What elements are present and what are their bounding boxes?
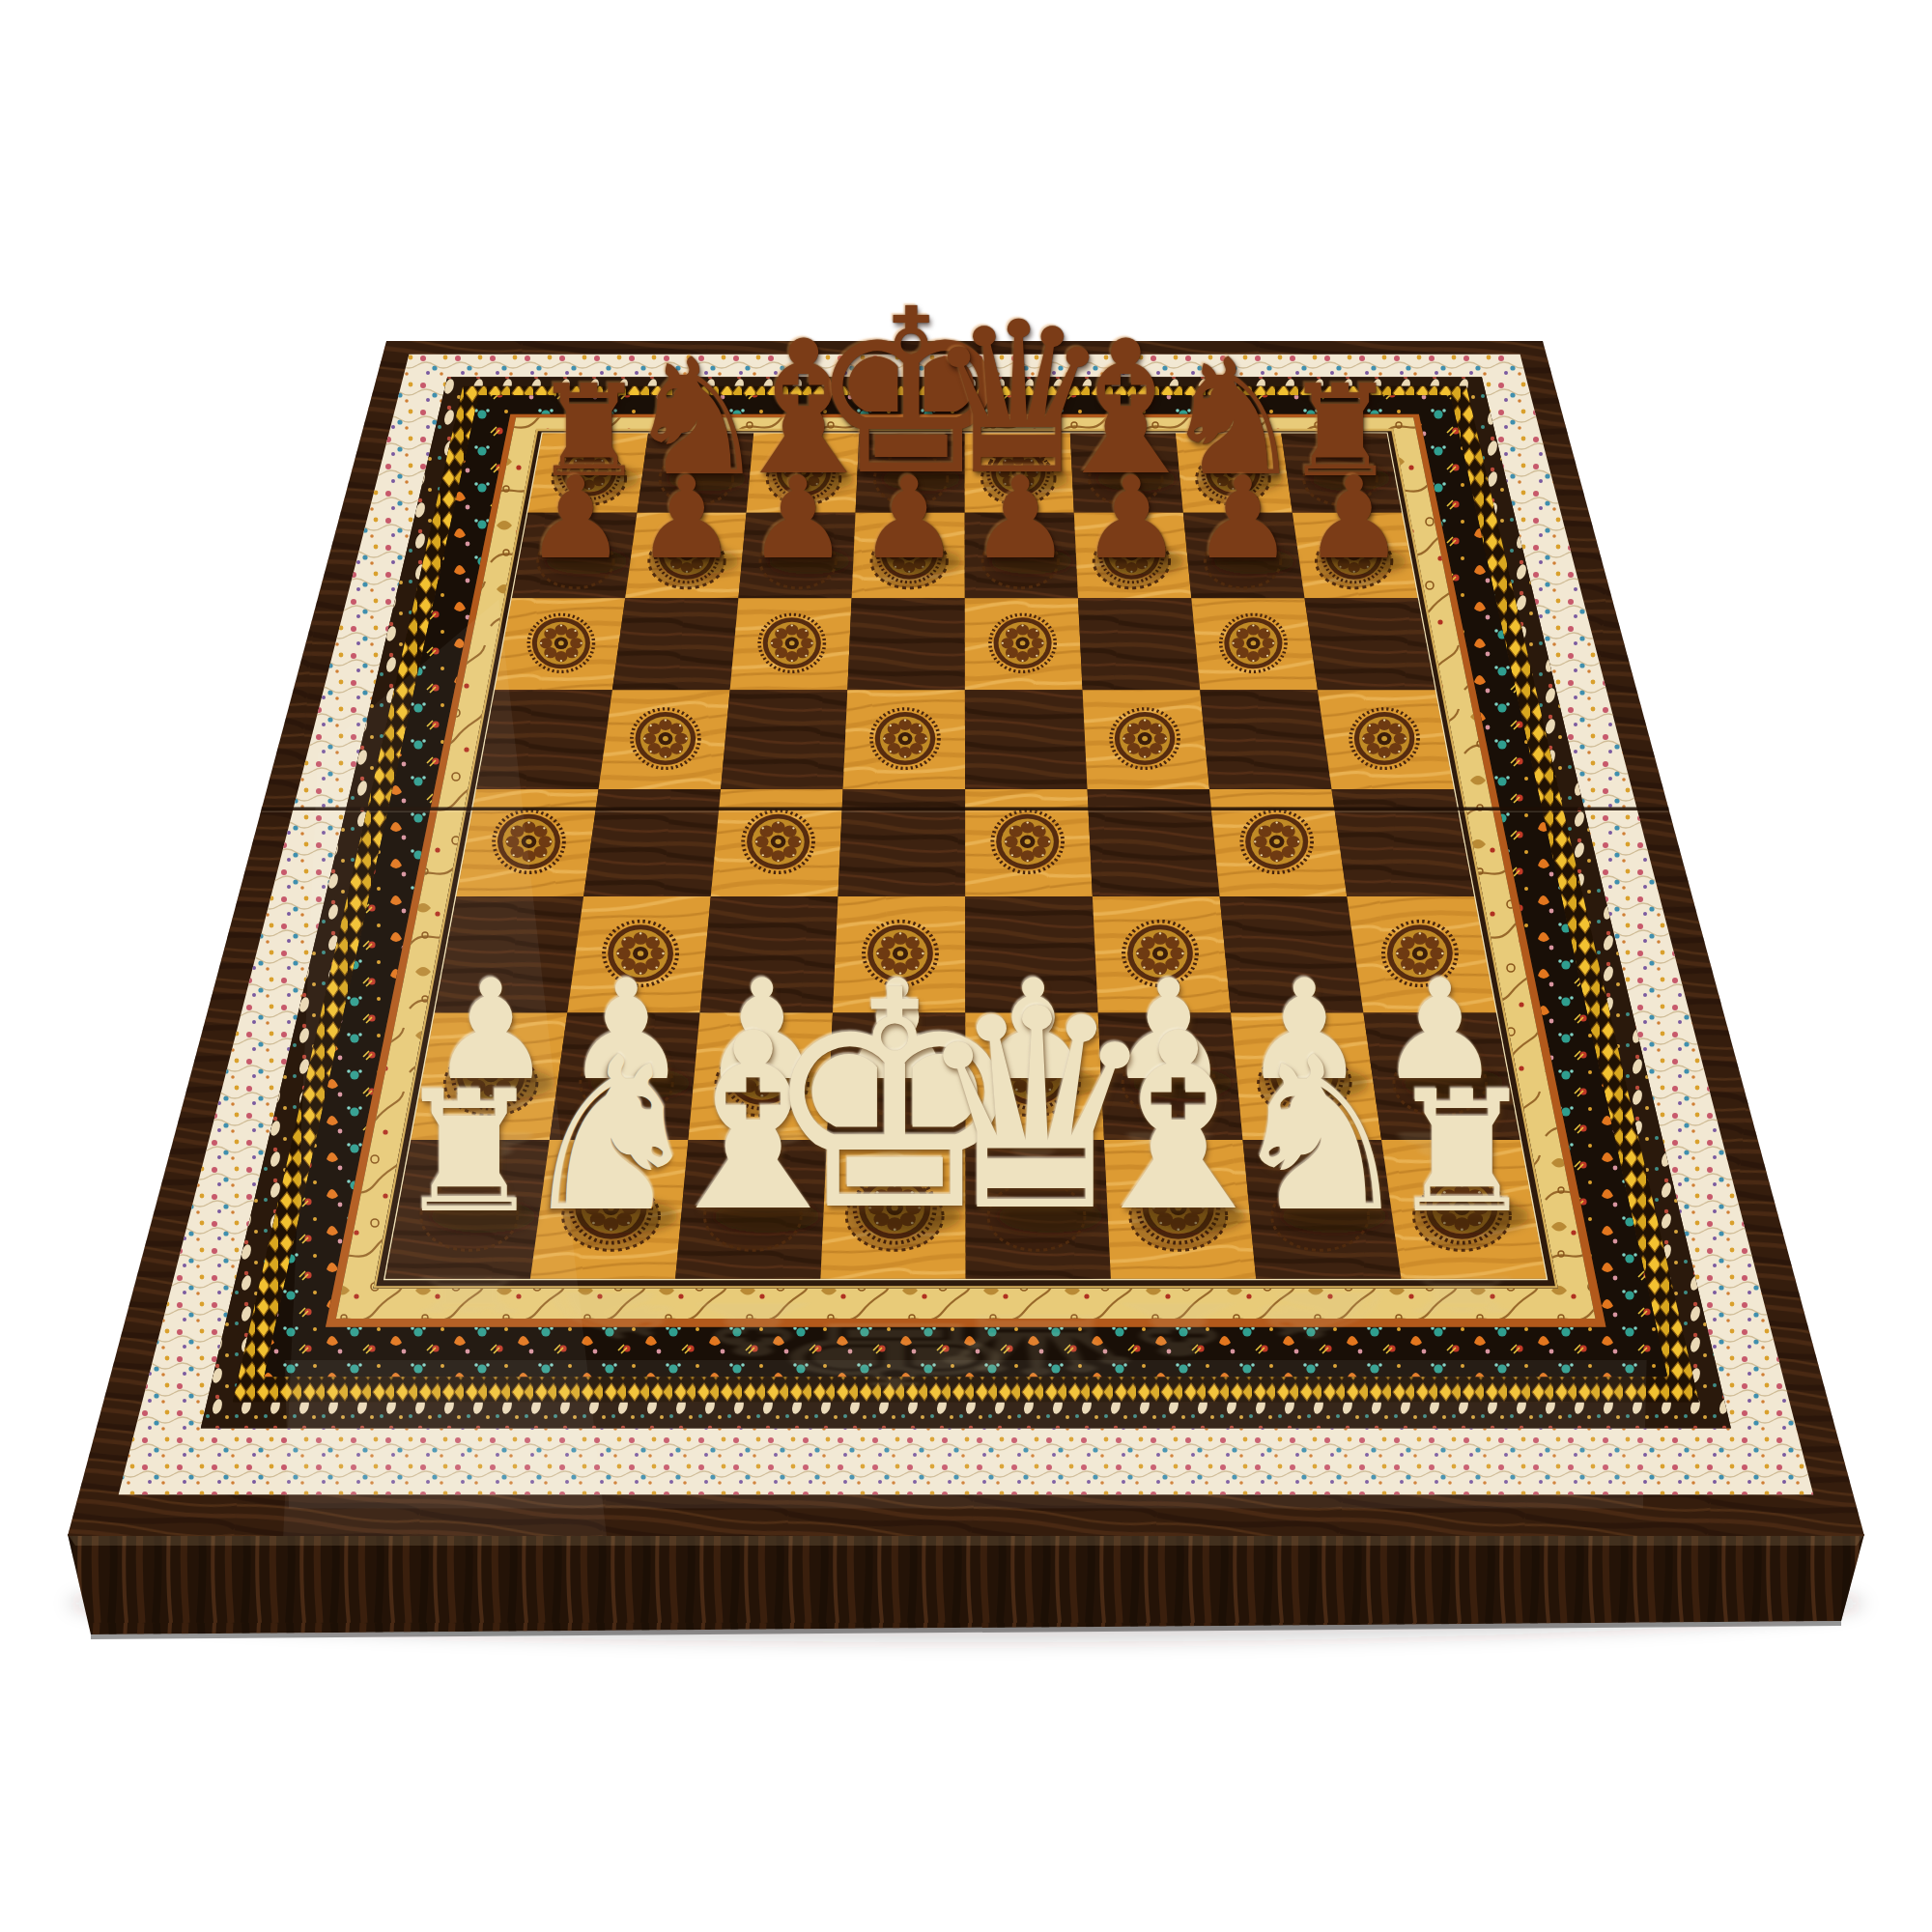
square-h4-grain bbox=[1332, 789, 1475, 896]
square-h6-grain bbox=[1305, 598, 1435, 690]
piece-black-pawn-c7[interactable]: ♟ bbox=[747, 462, 848, 575]
square-b6-grain bbox=[612, 598, 739, 690]
box-front-edge bbox=[68, 1534, 1864, 1639]
product-photo-scene: ♜♞♝♚♛♝♞♜♟♟♟♟♟♟♟♟♟♟♟♟♟♟♟♟♟♟♟♟♟♟♟♟♜♜♞♞♝♝♚♚… bbox=[0, 0, 1932, 1932]
piece-black-pawn-e7[interactable]: ♟ bbox=[970, 462, 1071, 575]
square-e5-grain bbox=[965, 690, 1088, 789]
square-d4-grain bbox=[838, 789, 966, 896]
square-g5-grain bbox=[1200, 690, 1331, 789]
square-b4-grain bbox=[583, 789, 721, 896]
piece-black-pawn-b7[interactable]: ♟ bbox=[636, 462, 737, 575]
square-f4-grain bbox=[1088, 789, 1220, 896]
piece-black-pawn-a7[interactable]: ♟ bbox=[525, 462, 626, 575]
square-c5-grain bbox=[721, 690, 847, 789]
piece-black-pawn-g7[interactable]: ♟ bbox=[1192, 462, 1293, 575]
piece-black-pawn-f7[interactable]: ♟ bbox=[1081, 462, 1182, 575]
square-d6-grain bbox=[847, 598, 965, 690]
piece-white-rook-h1[interactable]: ♜ bbox=[1387, 1069, 1537, 1236]
piece-black-pawn-d7[interactable]: ♟ bbox=[859, 462, 960, 575]
piece-black-pawn-h7[interactable]: ♟ bbox=[1303, 462, 1405, 575]
square-f6-grain bbox=[1078, 598, 1200, 690]
